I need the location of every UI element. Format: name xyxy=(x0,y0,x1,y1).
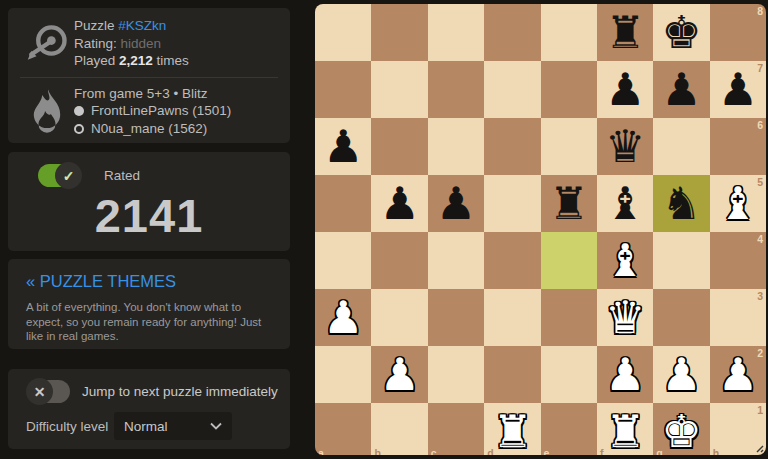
piece-white-king[interactable]: ♚ xyxy=(653,403,709,455)
square-e7[interactable] xyxy=(541,61,597,118)
puzzle-id-line: Puzzle #KSZkn xyxy=(74,17,189,35)
piece-black-queen[interactable]: ♛ xyxy=(597,118,653,175)
puzzle-id-link[interactable]: #KSZkn xyxy=(118,18,166,33)
square-e5[interactable]: ♜ xyxy=(541,175,597,232)
square-d4[interactable] xyxy=(484,232,540,289)
piece-white-pawn[interactable]: ♟ xyxy=(371,346,427,403)
square-g5[interactable]: ♞ xyxy=(653,175,709,232)
square-f1[interactable]: ♜f xyxy=(597,403,653,455)
square-h2[interactable]: ♟2 xyxy=(710,346,766,403)
square-f4[interactable]: ♝ xyxy=(597,232,653,289)
themes-card: « PUZZLE THEMES A bit of everything. You… xyxy=(8,259,290,349)
square-e2[interactable] xyxy=(541,346,597,403)
puzzle-label: Puzzle xyxy=(74,18,118,33)
black-player-name[interactable]: N0ua_mane (1562) xyxy=(91,120,207,138)
difficulty-select[interactable]: Normal xyxy=(114,412,232,440)
difficulty-value: Normal xyxy=(124,419,168,434)
square-a5[interactable] xyxy=(315,175,371,232)
square-g1[interactable]: ♚g xyxy=(653,403,709,455)
square-b4[interactable] xyxy=(371,232,427,289)
square-b5[interactable]: ♟ xyxy=(371,175,427,232)
square-d2[interactable] xyxy=(484,346,540,403)
jump-toggle-knob: ✕ xyxy=(26,378,53,405)
rating-label: Rating: xyxy=(74,36,121,51)
x-icon: ✕ xyxy=(34,384,46,400)
square-b2[interactable]: ♟ xyxy=(371,346,427,403)
square-c3[interactable] xyxy=(428,289,484,346)
piece-white-pawn[interactable]: ♟ xyxy=(710,346,766,403)
piece-black-pawn[interactable]: ♟ xyxy=(653,61,709,118)
chess-board-container: ♜♚8♟♟♟7♟♛6♟♟♜♝♞♝5♝4♟♛3♟♟♟♟2abc♜de♜f♚g1h xyxy=(315,4,766,455)
coord-file-e: e xyxy=(544,447,550,455)
coord-file-b: b xyxy=(374,447,380,455)
square-b8[interactable] xyxy=(371,4,427,61)
square-c2[interactable] xyxy=(428,346,484,403)
square-g7[interactable]: ♟ xyxy=(653,61,709,118)
jump-next-toggle[interactable]: ✕ xyxy=(28,380,70,403)
piece-black-rook[interactable]: ♜ xyxy=(597,4,653,61)
chess-board: ♜♚8♟♟♟7♟♛6♟♟♜♝♞♝5♝4♟♛3♟♟♟♟2abc♜de♜f♚g1h xyxy=(315,4,766,455)
coord-file-a: a xyxy=(318,447,324,455)
square-e4[interactable] xyxy=(541,232,597,289)
coord-rank-8: 8 xyxy=(757,5,763,17)
piece-black-pawn[interactable]: ♟ xyxy=(315,118,371,175)
piece-black-pawn[interactable]: ♟ xyxy=(371,175,427,232)
piece-black-pawn[interactable]: ♟ xyxy=(428,175,484,232)
square-c5[interactable]: ♟ xyxy=(428,175,484,232)
coord-rank-3: 3 xyxy=(757,290,763,302)
square-g8[interactable]: ♚ xyxy=(653,4,709,61)
square-a8[interactable] xyxy=(315,4,371,61)
check-icon: ✓ xyxy=(63,168,75,184)
square-h7[interactable]: ♟7 xyxy=(710,61,766,118)
piece-white-queen[interactable]: ♛ xyxy=(597,289,653,346)
square-a6[interactable]: ♟ xyxy=(315,118,371,175)
coord-rank-6: 6 xyxy=(757,119,763,131)
black-player-icon xyxy=(74,124,84,134)
square-f5[interactable]: ♝ xyxy=(597,175,653,232)
square-f6[interactable]: ♛ xyxy=(597,118,653,175)
piece-white-bishop[interactable]: ♝ xyxy=(710,175,766,232)
square-c1[interactable]: c xyxy=(428,403,484,455)
square-e6[interactable] xyxy=(541,118,597,175)
square-c7[interactable] xyxy=(428,61,484,118)
square-g6[interactable] xyxy=(653,118,709,175)
square-f8[interactable]: ♜ xyxy=(597,4,653,61)
white-player-name[interactable]: FrontLinePawns (1501) xyxy=(91,102,231,120)
square-a2[interactable] xyxy=(315,346,371,403)
square-g4[interactable] xyxy=(653,232,709,289)
piece-black-king[interactable]: ♚ xyxy=(653,4,709,61)
puzzle-themes-link[interactable]: « PUZZLE THEMES xyxy=(26,272,272,291)
square-h6[interactable]: 6 xyxy=(710,118,766,175)
square-d7[interactable] xyxy=(484,61,540,118)
square-c6[interactable] xyxy=(428,118,484,175)
square-d6[interactable] xyxy=(484,118,540,175)
themes-description: A bit of everything. You don't know what… xyxy=(26,300,272,344)
user-puzzle-rating: 2141 xyxy=(8,188,290,243)
square-e1[interactable]: e xyxy=(541,403,597,455)
square-b3[interactable] xyxy=(371,289,427,346)
coord-file-c: c xyxy=(431,447,437,455)
square-h5[interactable]: ♝5 xyxy=(710,175,766,232)
white-player-icon xyxy=(74,106,84,116)
piece-black-rook[interactable]: ♜ xyxy=(541,175,597,232)
square-c4[interactable] xyxy=(428,232,484,289)
piece-white-pawn[interactable]: ♟ xyxy=(315,289,371,346)
square-c8[interactable] xyxy=(428,4,484,61)
square-e3[interactable] xyxy=(541,289,597,346)
square-f3[interactable]: ♛ xyxy=(597,289,653,346)
square-e8[interactable] xyxy=(541,4,597,61)
from-game-line[interactable]: From game 5+3 • Blitz xyxy=(74,85,231,103)
square-d8[interactable] xyxy=(484,4,540,61)
divider xyxy=(20,77,278,78)
square-f2[interactable]: ♟ xyxy=(597,346,653,403)
rated-label: Rated xyxy=(104,168,140,183)
coord-file-h: h xyxy=(713,447,719,455)
puzzle-rating-line: Rating: hidden xyxy=(74,35,189,53)
puzzle-info-card: Puzzle #KSZkn Rating: hidden Played 2,21… xyxy=(8,8,290,143)
rating-hidden: hidden xyxy=(121,36,162,51)
board-resize-handle[interactable] xyxy=(753,442,765,454)
rated-toggle-knob: ✓ xyxy=(55,162,82,189)
played-count: 2,212 xyxy=(119,53,153,68)
square-d1[interactable]: ♜d xyxy=(484,403,540,455)
rated-card: ✓ Rated 2141 xyxy=(8,152,290,251)
square-h4[interactable]: 4 xyxy=(710,232,766,289)
square-b1[interactable]: b xyxy=(371,403,427,455)
piece-black-pawn[interactable]: ♟ xyxy=(710,61,766,118)
square-a4[interactable] xyxy=(315,232,371,289)
square-d5[interactable] xyxy=(484,175,540,232)
square-a3[interactable]: ♟ xyxy=(315,289,371,346)
square-a7[interactable] xyxy=(315,61,371,118)
coord-rank-1: 1 xyxy=(757,404,763,416)
coord-rank-4: 4 xyxy=(757,233,763,245)
square-d3[interactable] xyxy=(484,289,540,346)
piece-white-rook[interactable]: ♜ xyxy=(597,403,653,455)
square-b6[interactable] xyxy=(371,118,427,175)
piece-black-knight[interactable]: ♞ xyxy=(653,175,709,232)
piece-white-pawn[interactable]: ♟ xyxy=(597,346,653,403)
puzzle-played-line: Played 2,212 times xyxy=(74,52,189,70)
jump-next-label: Jump to next puzzle immediately xyxy=(82,384,278,399)
square-g3[interactable] xyxy=(653,289,709,346)
flame-icon xyxy=(20,85,74,135)
piece-black-pawn[interactable]: ♟ xyxy=(597,61,653,118)
target-icon xyxy=(20,17,74,67)
square-g2[interactable]: ♟ xyxy=(653,346,709,403)
square-b7[interactable] xyxy=(371,61,427,118)
square-f7[interactable]: ♟ xyxy=(597,61,653,118)
piece-black-bishop[interactable]: ♝ xyxy=(597,175,653,232)
piece-white-pawn[interactable]: ♟ xyxy=(653,346,709,403)
chevron-down-icon xyxy=(210,422,222,430)
square-h3[interactable]: 3 xyxy=(710,289,766,346)
rated-toggle[interactable]: ✓ xyxy=(38,164,80,187)
piece-white-rook[interactable]: ♜ xyxy=(484,403,540,455)
piece-white-bishop[interactable]: ♝ xyxy=(597,232,653,289)
difficulty-label: Difficulty level xyxy=(26,419,108,434)
settings-card: ✕ Jump to next puzzle immediately Diffic… xyxy=(8,369,290,449)
square-h8[interactable]: 8 xyxy=(710,4,766,61)
square-a1[interactable]: a xyxy=(315,403,371,455)
